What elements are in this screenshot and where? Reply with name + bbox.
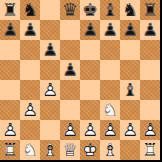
- square-a2[interactable]: ♟♙: [0, 120, 20, 140]
- black-pawn-detail: ♙: [100, 20, 120, 40]
- piece-black-rook-a8[interactable]: ♜♖: [0, 0, 20, 20]
- white-knight-detail: ♘: [100, 100, 120, 120]
- square-h4[interactable]: [140, 80, 160, 100]
- square-h3[interactable]: [140, 100, 160, 120]
- square-e1[interactable]: ♚♔: [80, 140, 100, 160]
- piece-black-rook-h8[interactable]: ♜♖: [140, 0, 160, 20]
- chess-screenshot: ♜♖♞♘♛♕♚♔♝♗♞♘♜♖♟♙♟♙♟♙♟♙♟♙♟♙♟♙♟♙♟♙♝♗♟♙♞♘♟♙…: [0, 0, 162, 162]
- square-a1[interactable]: ♜♖: [0, 140, 20, 160]
- square-f5[interactable]: [100, 60, 120, 80]
- square-g1[interactable]: [120, 140, 140, 160]
- chess-board: ♜♖♞♘♛♕♚♔♝♗♞♘♜♖♟♙♟♙♟♙♟♙♟♙♟♙♟♙♟♙♟♙♝♗♟♙♞♘♟♙…: [0, 0, 160, 160]
- square-c8[interactable]: [40, 0, 60, 20]
- square-f8[interactable]: ♝♗: [100, 0, 120, 20]
- square-g3[interactable]: [120, 100, 140, 120]
- black-pawn-detail: ♙: [140, 20, 160, 40]
- square-c5[interactable]: [40, 60, 60, 80]
- square-f4[interactable]: [100, 80, 120, 100]
- square-e4[interactable]: [80, 80, 100, 100]
- square-c3[interactable]: [40, 100, 60, 120]
- piece-white-pawn-e2[interactable]: ♟♙: [80, 120, 100, 140]
- white-pawn-detail: ♙: [20, 100, 40, 120]
- square-b8[interactable]: ♞♘: [20, 0, 40, 20]
- black-rook-detail: ♖: [140, 0, 160, 20]
- piece-black-queen-d8[interactable]: ♛♕: [60, 0, 80, 20]
- black-pawn-detail: ♙: [0, 20, 20, 40]
- black-pawn-detail: ♙: [60, 60, 80, 80]
- square-f7[interactable]: ♟♙: [100, 20, 120, 40]
- square-d8[interactable]: ♛♕: [60, 0, 80, 20]
- square-b3[interactable]: ♟♙: [20, 100, 40, 120]
- piece-black-pawn-c6[interactable]: ♟♙: [40, 40, 60, 60]
- piece-white-king-e1[interactable]: ♚♔: [80, 140, 100, 160]
- piece-black-pawn-g7[interactable]: ♟♙: [120, 20, 140, 40]
- white-knight-detail: ♘: [20, 140, 40, 160]
- white-pawn-detail: ♙: [100, 120, 120, 140]
- piece-black-bishop-g4[interactable]: ♝♗: [120, 80, 140, 100]
- white-pawn-detail: ♙: [0, 120, 20, 140]
- black-knight-detail: ♘: [120, 0, 140, 20]
- square-b2[interactable]: [20, 120, 40, 140]
- square-g5[interactable]: [120, 60, 140, 80]
- square-c4[interactable]: ♟♙: [40, 80, 60, 100]
- square-g8[interactable]: ♞♘: [120, 0, 140, 20]
- square-g7[interactable]: ♟♙: [120, 20, 140, 40]
- square-h1[interactable]: ♜♖: [140, 140, 160, 160]
- square-b1[interactable]: ♞♘: [20, 140, 40, 160]
- square-e5[interactable]: [80, 60, 100, 80]
- piece-white-rook-a1[interactable]: ♜♖: [0, 140, 20, 160]
- piece-white-pawn-f2[interactable]: ♟♙: [100, 120, 120, 140]
- square-h5[interactable]: [140, 60, 160, 80]
- white-king-detail: ♔: [80, 140, 100, 160]
- piece-white-rook-h1[interactable]: ♜♖: [140, 140, 160, 160]
- square-d4[interactable]: [60, 80, 80, 100]
- square-d6[interactable]: [60, 40, 80, 60]
- black-pawn-detail: ♙: [20, 20, 40, 40]
- square-a4[interactable]: [0, 80, 20, 100]
- square-e2[interactable]: ♟♙: [80, 120, 100, 140]
- piece-black-pawn-b7[interactable]: ♟♙: [20, 20, 40, 40]
- black-knight-detail: ♘: [20, 0, 40, 20]
- black-pawn-detail: ♙: [80, 20, 100, 40]
- white-bishop-detail: ♗: [100, 140, 120, 160]
- white-rook-detail: ♖: [0, 140, 20, 160]
- piece-white-bishop-c1[interactable]: ♝♗: [40, 140, 60, 160]
- square-a8[interactable]: ♜♖: [0, 0, 20, 20]
- square-f2[interactable]: ♟♙: [100, 120, 120, 140]
- black-queen-detail: ♕: [60, 0, 80, 20]
- piece-black-knight-g8[interactable]: ♞♘: [120, 0, 140, 20]
- square-d7[interactable]: [60, 20, 80, 40]
- square-e7[interactable]: ♟♙: [80, 20, 100, 40]
- piece-black-pawn-d5[interactable]: ♟♙: [60, 60, 80, 80]
- square-c1[interactable]: ♝♗: [40, 140, 60, 160]
- white-queen-detail: ♕: [60, 140, 80, 160]
- square-b4[interactable]: [20, 80, 40, 100]
- black-bishop-detail: ♗: [120, 80, 140, 100]
- black-king-detail: ♔: [80, 0, 100, 20]
- piece-white-pawn-d2[interactable]: ♟♙: [60, 120, 80, 140]
- piece-white-pawn-a2[interactable]: ♟♙: [0, 120, 20, 140]
- square-b7[interactable]: ♟♙: [20, 20, 40, 40]
- square-h7[interactable]: ♟♙: [140, 20, 160, 40]
- black-rook-detail: ♖: [0, 0, 20, 20]
- piece-white-knight-b1[interactable]: ♞♘: [20, 140, 40, 160]
- piece-white-pawn-b3[interactable]: ♟♙: [20, 100, 40, 120]
- square-e8[interactable]: ♚♔: [80, 0, 100, 20]
- square-c2[interactable]: [40, 120, 60, 140]
- piece-white-queen-d1[interactable]: ♛♕: [60, 140, 80, 160]
- square-g4[interactable]: ♝♗: [120, 80, 140, 100]
- piece-black-pawn-h7[interactable]: ♟♙: [140, 20, 160, 40]
- black-pawn-detail: ♙: [120, 20, 140, 40]
- square-h6[interactable]: [140, 40, 160, 60]
- piece-black-bishop-f8[interactable]: ♝♗: [100, 0, 120, 20]
- square-a3[interactable]: [0, 100, 20, 120]
- square-d1[interactable]: ♛♕: [60, 140, 80, 160]
- white-pawn-detail: ♙: [80, 120, 100, 140]
- black-bishop-detail: ♗: [100, 0, 120, 20]
- white-rook-detail: ♖: [140, 140, 160, 160]
- piece-black-king-e8[interactable]: ♚♔: [80, 0, 100, 20]
- black-pawn-detail: ♙: [40, 40, 60, 60]
- square-e3[interactable]: [80, 100, 100, 120]
- white-bishop-detail: ♗: [40, 140, 60, 160]
- piece-white-pawn-h2[interactable]: ♟♙: [140, 120, 160, 140]
- piece-black-pawn-f7[interactable]: ♟♙: [100, 20, 120, 40]
- piece-white-pawn-g2[interactable]: ♟♙: [120, 120, 140, 140]
- square-f1[interactable]: ♝♗: [100, 140, 120, 160]
- square-c6[interactable]: ♟♙: [40, 40, 60, 60]
- square-a6[interactable]: [0, 40, 20, 60]
- square-d3[interactable]: [60, 100, 80, 120]
- white-pawn-detail: ♙: [60, 120, 80, 140]
- square-g2[interactable]: ♟♙: [120, 120, 140, 140]
- square-b6[interactable]: [20, 40, 40, 60]
- square-a7[interactable]: ♟♙: [0, 20, 20, 40]
- square-h2[interactable]: ♟♙: [140, 120, 160, 140]
- square-b5[interactable]: [20, 60, 40, 80]
- square-c7[interactable]: [40, 20, 60, 40]
- square-a5[interactable]: [0, 60, 20, 80]
- white-pawn-detail: ♙: [40, 80, 60, 100]
- white-pawn-detail: ♙: [140, 120, 160, 140]
- square-d2[interactable]: ♟♙: [60, 120, 80, 140]
- piece-white-bishop-f1[interactable]: ♝♗: [100, 140, 120, 160]
- square-h8[interactable]: ♜♖: [140, 0, 160, 20]
- square-f6[interactable]: [100, 40, 120, 60]
- piece-white-pawn-c4[interactable]: ♟♙: [40, 80, 60, 100]
- square-d5[interactable]: ♟♙: [60, 60, 80, 80]
- square-e6[interactable]: [80, 40, 100, 60]
- piece-black-pawn-a7[interactable]: ♟♙: [0, 20, 20, 40]
- white-pawn-detail: ♙: [120, 120, 140, 140]
- square-f3[interactable]: ♞♘: [100, 100, 120, 120]
- piece-white-knight-f3[interactable]: ♞♘: [100, 100, 120, 120]
- square-g6[interactable]: [120, 40, 140, 60]
- piece-black-knight-b8[interactable]: ♞♘: [20, 0, 40, 20]
- piece-black-pawn-e7[interactable]: ♟♙: [80, 20, 100, 40]
